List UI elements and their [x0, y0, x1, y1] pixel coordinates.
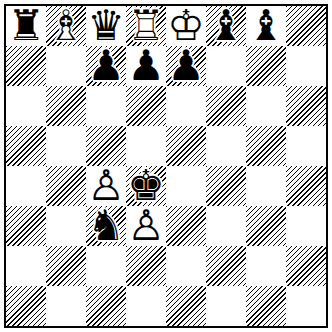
square-a1[interactable] [6, 286, 46, 326]
square-f3[interactable] [206, 206, 246, 246]
black-bishop-glyph: ♝ [206, 6, 246, 46]
square-c4[interactable]: ♟♙ [86, 166, 126, 206]
piece-black-pawn[interactable]: ♟♟ [86, 46, 126, 86]
chess-board: ♜♜♝♗♛♛♜♖♚♔♝♝♝♝♟♟♟♟♟♟♟♙♚♚♞♞♟♙ [4, 4, 328, 328]
square-b7[interactable] [46, 46, 86, 86]
piece-black-rook[interactable]: ♜♜ [6, 6, 46, 46]
square-e5[interactable] [166, 126, 206, 166]
square-c8[interactable]: ♛♛ [86, 6, 126, 46]
square-a4[interactable] [6, 166, 46, 206]
piece-black-pawn[interactable]: ♟♟ [166, 46, 206, 86]
black-knight-glyph: ♞ [86, 206, 126, 246]
square-g5[interactable] [246, 126, 286, 166]
square-d7[interactable]: ♟♟ [126, 46, 166, 86]
square-f5[interactable] [206, 126, 246, 166]
square-g7[interactable] [246, 46, 286, 86]
square-a7[interactable] [6, 46, 46, 86]
square-b2[interactable] [46, 246, 86, 286]
black-rook-glyph: ♜ [6, 6, 46, 46]
piece-white-king[interactable]: ♚♔ [166, 6, 206, 46]
white-king-glyph: ♔ [166, 6, 206, 46]
square-g3[interactable] [246, 206, 286, 246]
piece-black-king[interactable]: ♚♚ [126, 166, 166, 206]
square-c2[interactable] [86, 246, 126, 286]
square-c6[interactable] [86, 86, 126, 126]
piece-white-pawn[interactable]: ♟♙ [86, 166, 126, 206]
square-f7[interactable] [206, 46, 246, 86]
square-h5[interactable] [286, 126, 326, 166]
chess-diagram-page: ♜♜♝♗♛♛♜♖♚♔♝♝♝♝♟♟♟♟♟♟♟♙♚♚♞♞♟♙ [0, 0, 332, 332]
square-a8[interactable]: ♜♜ [6, 6, 46, 46]
black-pawn-glyph: ♟ [86, 46, 126, 86]
piece-white-bishop[interactable]: ♝♗ [46, 6, 86, 46]
square-e1[interactable] [166, 286, 206, 326]
square-d6[interactable] [126, 86, 166, 126]
piece-white-rook[interactable]: ♜♖ [126, 6, 166, 46]
square-g4[interactable] [246, 166, 286, 206]
square-d2[interactable] [126, 246, 166, 286]
square-g1[interactable] [246, 286, 286, 326]
square-f4[interactable] [206, 166, 246, 206]
square-a2[interactable] [6, 246, 46, 286]
square-b5[interactable] [46, 126, 86, 166]
square-h6[interactable] [286, 86, 326, 126]
square-h3[interactable] [286, 206, 326, 246]
square-h2[interactable] [286, 246, 326, 286]
square-d4[interactable]: ♚♚ [126, 166, 166, 206]
square-f8[interactable]: ♝♝ [206, 6, 246, 46]
white-bishop-glyph: ♗ [46, 6, 86, 46]
square-h4[interactable] [286, 166, 326, 206]
square-d3[interactable]: ♟♙ [126, 206, 166, 246]
piece-black-bishop[interactable]: ♝♝ [206, 6, 246, 46]
square-b8[interactable]: ♝♗ [46, 6, 86, 46]
black-bishop-glyph: ♝ [246, 6, 286, 46]
square-h8[interactable] [286, 6, 326, 46]
square-d5[interactable] [126, 126, 166, 166]
white-rook-glyph: ♖ [126, 6, 166, 46]
square-e7[interactable]: ♟♟ [166, 46, 206, 86]
black-king-glyph: ♚ [126, 166, 166, 206]
black-queen-glyph: ♛ [86, 6, 126, 46]
square-c5[interactable] [86, 126, 126, 166]
white-pawn-glyph: ♙ [86, 166, 126, 206]
square-c3[interactable]: ♞♞ [86, 206, 126, 246]
square-f6[interactable] [206, 86, 246, 126]
piece-black-queen[interactable]: ♛♛ [86, 6, 126, 46]
square-d8[interactable]: ♜♖ [126, 6, 166, 46]
square-g2[interactable] [246, 246, 286, 286]
black-pawn-glyph: ♟ [126, 46, 166, 86]
square-b3[interactable] [46, 206, 86, 246]
square-e8[interactable]: ♚♔ [166, 6, 206, 46]
square-a6[interactable] [6, 86, 46, 126]
square-h1[interactable] [286, 286, 326, 326]
square-c7[interactable]: ♟♟ [86, 46, 126, 86]
square-f1[interactable] [206, 286, 246, 326]
square-e6[interactable] [166, 86, 206, 126]
square-b1[interactable] [46, 286, 86, 326]
square-b4[interactable] [46, 166, 86, 206]
piece-black-knight[interactable]: ♞♞ [86, 206, 126, 246]
white-pawn-glyph: ♙ [126, 206, 166, 246]
black-pawn-glyph: ♟ [166, 46, 206, 86]
square-g6[interactable] [246, 86, 286, 126]
square-a5[interactable] [6, 126, 46, 166]
square-f2[interactable] [206, 246, 246, 286]
square-c1[interactable] [86, 286, 126, 326]
piece-black-pawn[interactable]: ♟♟ [126, 46, 166, 86]
piece-black-bishop[interactable]: ♝♝ [246, 6, 286, 46]
piece-white-pawn[interactable]: ♟♙ [126, 206, 166, 246]
square-e3[interactable] [166, 206, 206, 246]
square-a3[interactable] [6, 206, 46, 246]
square-h7[interactable] [286, 46, 326, 86]
square-d1[interactable] [126, 286, 166, 326]
square-b6[interactable] [46, 86, 86, 126]
square-g8[interactable]: ♝♝ [246, 6, 286, 46]
square-e4[interactable] [166, 166, 206, 206]
square-e2[interactable] [166, 246, 206, 286]
